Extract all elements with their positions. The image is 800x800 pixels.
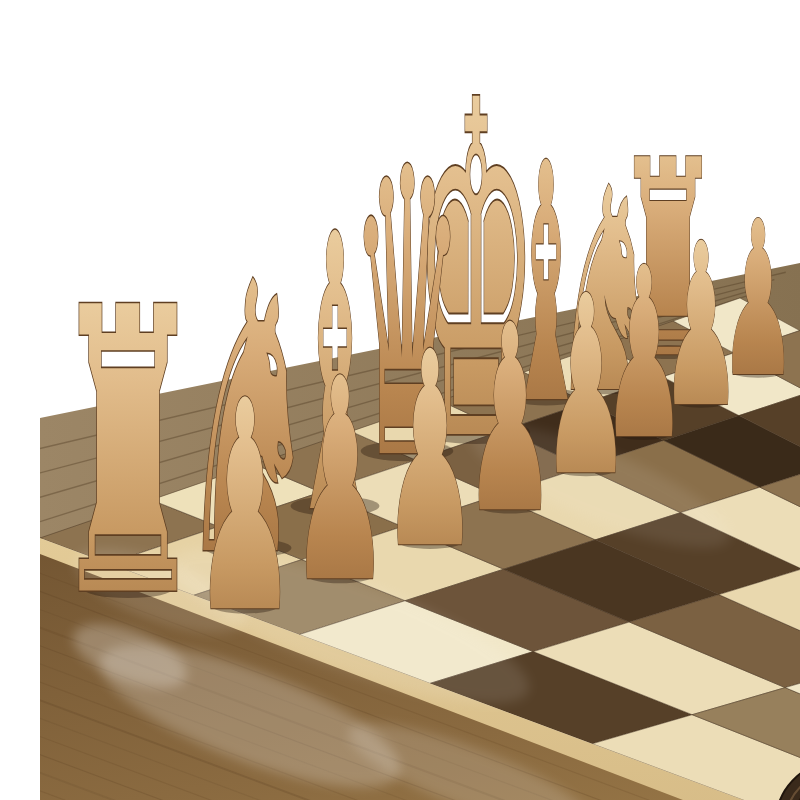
piece-glyph-pawn: ♟ [382, 295, 478, 608]
piece-white-rook: ♜ [50, 225, 205, 683]
piece-white-pawn: ♟ [382, 295, 478, 608]
chess-set-photo: chess ♜♟♞♝♟♚♟♛♟♝♟♟♞♟♜♟ [40, 16, 800, 800]
piece-glyph-pawn: ♟ [193, 339, 297, 676]
piece-glyph-rook: ♜ [50, 225, 205, 683]
chess-board-scene: ♜♟♞♝♟♚♟♛♟♝♟♟♞♟♜♟ [40, 16, 800, 800]
piece-white-pawn: ♟ [290, 319, 390, 643]
piece-glyph-pawn: ♟ [290, 319, 390, 643]
piece-white-pawn: ♟ [193, 339, 297, 676]
